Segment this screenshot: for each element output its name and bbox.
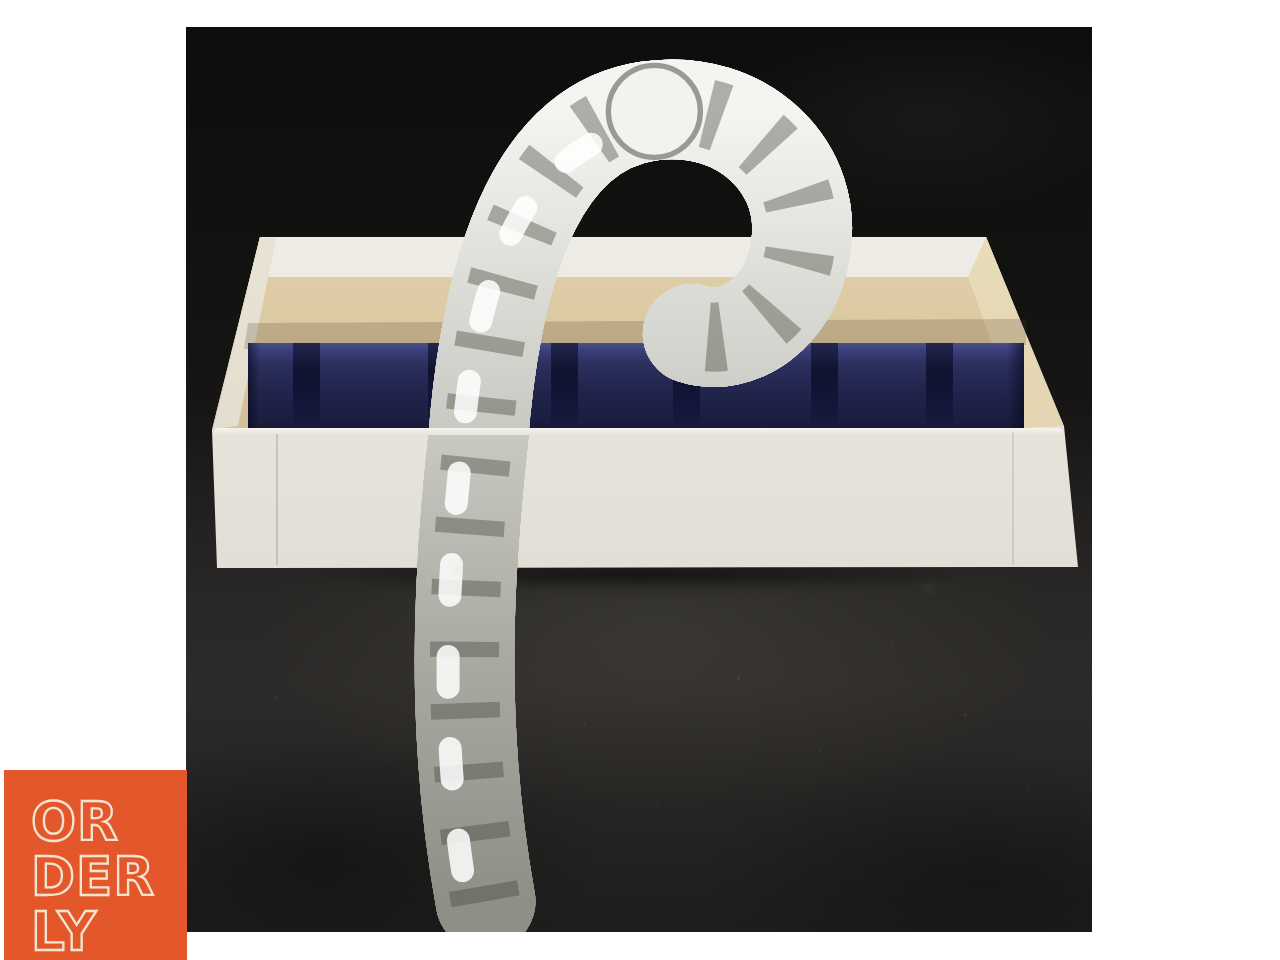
orderly-logo: OR DER LY [4,770,187,960]
box-front-rim [214,428,1062,435]
logo-line-2: DER [31,849,187,904]
logo-line-3: LY [31,904,187,959]
logo-line-1: OR [31,794,187,849]
box-crease [276,434,278,565]
page: { "image": { "type": "second-hand produc… [0,0,1280,960]
box-crease [1012,432,1014,565]
silver-hook-6 [186,27,1092,932]
product-photo [186,27,1092,932]
